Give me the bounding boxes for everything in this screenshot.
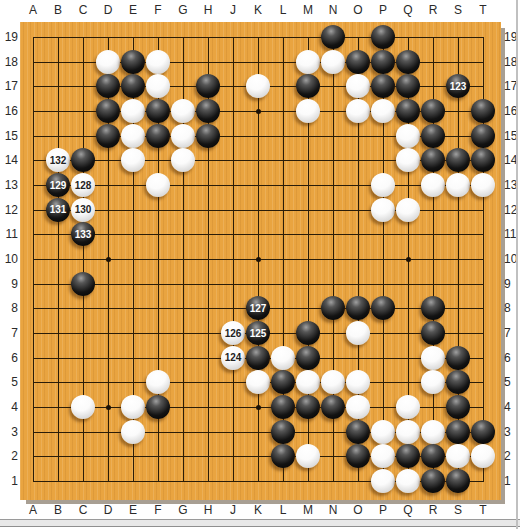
star-point <box>256 405 261 410</box>
black-stone-P19[interactable] <box>371 25 395 49</box>
black-stone-P8[interactable] <box>371 296 395 320</box>
column-label-F: F <box>149 503 167 517</box>
white-stone-Q12[interactable] <box>396 198 420 222</box>
black-stone-D15[interactable] <box>96 124 120 148</box>
black-stone-B12[interactable]: 131 <box>46 198 70 222</box>
column-label-C: C <box>74 3 92 17</box>
white-stone-O4[interactable] <box>346 395 370 419</box>
column-label-S: S <box>449 3 467 17</box>
column-label-P: P <box>374 503 392 517</box>
column-label-B: B <box>49 503 67 517</box>
white-stone-O5[interactable] <box>346 370 370 394</box>
black-stone-H17[interactable] <box>196 74 220 98</box>
grid-line-horizontal <box>33 284 484 285</box>
column-label-M: M <box>299 3 317 17</box>
white-stone-O17[interactable] <box>346 74 370 98</box>
black-stone-T14[interactable] <box>471 148 495 172</box>
column-label-L: L <box>274 3 292 17</box>
white-stone-L6[interactable] <box>271 346 295 370</box>
black-stone-D17[interactable] <box>96 74 120 98</box>
black-stone-T15[interactable] <box>471 124 495 148</box>
column-label-E: E <box>124 3 142 17</box>
white-stone-B14[interactable]: 132 <box>46 148 70 172</box>
row-label-left-5: 5 <box>0 375 18 389</box>
white-stone-P1[interactable] <box>371 469 395 493</box>
white-stone-O7[interactable] <box>346 321 370 345</box>
row-label-left-8: 8 <box>0 301 18 315</box>
black-stone-O18[interactable] <box>346 50 370 74</box>
black-stone-C11[interactable]: 133 <box>71 222 95 246</box>
column-label-K: K <box>249 503 267 517</box>
black-stone-P18[interactable] <box>371 50 395 74</box>
black-stone-E18[interactable] <box>121 50 145 74</box>
column-label-D: D <box>99 3 117 17</box>
black-stone-O2[interactable] <box>346 444 370 468</box>
star-point <box>106 405 111 410</box>
white-stone-T2[interactable] <box>471 444 495 468</box>
black-stone-T3[interactable] <box>471 420 495 444</box>
white-stone-G16[interactable] <box>171 99 195 123</box>
column-label-H: H <box>199 3 217 17</box>
black-stone-R8[interactable] <box>421 296 445 320</box>
black-stone-N4[interactable] <box>321 395 345 419</box>
row-label-left-6: 6 <box>0 351 18 365</box>
white-stone-C13[interactable]: 128 <box>71 173 95 197</box>
white-stone-Q3[interactable] <box>396 420 420 444</box>
black-stone-S1[interactable] <box>446 469 470 493</box>
black-stone-K6[interactable] <box>246 346 270 370</box>
white-stone-S13[interactable] <box>446 173 470 197</box>
row-label-left-13: 13 <box>0 178 18 192</box>
white-stone-N5[interactable] <box>321 370 345 394</box>
white-stone-G15[interactable] <box>171 124 195 148</box>
row-label-left-2: 2 <box>0 449 18 463</box>
white-stone-Q14[interactable] <box>396 148 420 172</box>
white-stone-P13[interactable] <box>371 173 395 197</box>
white-stone-E3[interactable] <box>121 420 145 444</box>
white-stone-G14[interactable] <box>171 148 195 172</box>
column-label-A: A <box>24 3 42 17</box>
white-stone-E14[interactable] <box>121 148 145 172</box>
row-label-left-7: 7 <box>0 326 18 340</box>
white-stone-F13[interactable] <box>146 173 170 197</box>
column-label-G: G <box>174 3 192 17</box>
white-stone-M16[interactable] <box>296 99 320 123</box>
row-label-left-15: 15 <box>0 129 18 143</box>
white-stone-E15[interactable] <box>121 124 145 148</box>
column-label-N: N <box>324 3 342 17</box>
white-stone-M5[interactable] <box>296 370 320 394</box>
white-stone-S2[interactable] <box>446 444 470 468</box>
black-stone-T16[interactable] <box>471 99 495 123</box>
white-stone-F17[interactable] <box>146 74 170 98</box>
column-label-T: T <box>474 503 492 517</box>
white-stone-M2[interactable] <box>296 444 320 468</box>
black-stone-F15[interactable] <box>146 124 170 148</box>
black-stone-S5[interactable] <box>446 370 470 394</box>
black-stone-L2[interactable] <box>271 444 295 468</box>
column-label-G: G <box>174 503 192 517</box>
column-label-B: B <box>49 3 67 17</box>
row-label-left-1: 1 <box>0 474 18 488</box>
black-stone-M17[interactable] <box>296 74 320 98</box>
column-label-O: O <box>349 503 367 517</box>
black-stone-N8[interactable] <box>321 296 345 320</box>
window-bottom-border <box>0 519 520 527</box>
black-stone-R7[interactable] <box>421 321 445 345</box>
row-label-left-4: 4 <box>0 400 18 414</box>
white-stone-P12[interactable] <box>371 198 395 222</box>
star-point <box>256 257 261 262</box>
white-stone-O16[interactable] <box>346 99 370 123</box>
white-stone-C12[interactable]: 130 <box>71 198 95 222</box>
column-label-Q: Q <box>399 3 417 17</box>
black-stone-S6[interactable] <box>446 346 470 370</box>
column-label-K: K <box>249 3 267 17</box>
column-label-T: T <box>474 3 492 17</box>
white-stone-R6[interactable] <box>421 346 445 370</box>
black-stone-F4[interactable] <box>146 395 170 419</box>
white-stone-N18[interactable] <box>321 50 345 74</box>
black-stone-M4[interactable] <box>296 395 320 419</box>
black-stone-R15[interactable] <box>421 124 445 148</box>
row-label-left-16: 16 <box>0 104 18 118</box>
black-stone-R16[interactable] <box>421 99 445 123</box>
column-label-E: E <box>124 503 142 517</box>
white-stone-F18[interactable] <box>146 50 170 74</box>
black-stone-L3[interactable] <box>271 420 295 444</box>
black-stone-F16[interactable] <box>146 99 170 123</box>
row-label-left-3: 3 <box>0 425 18 439</box>
white-stone-P16[interactable] <box>371 99 395 123</box>
black-stone-N19[interactable] <box>321 25 345 49</box>
white-stone-K17[interactable] <box>246 74 270 98</box>
go-board[interactable]: 123132129128131130133127126125124 <box>20 22 501 500</box>
black-stone-H15[interactable] <box>196 124 220 148</box>
column-label-R: R <box>424 503 442 517</box>
white-stone-P2[interactable] <box>371 444 395 468</box>
column-label-H: H <box>199 503 217 517</box>
row-label-left-10: 10 <box>0 252 18 266</box>
white-stone-K5[interactable] <box>246 370 270 394</box>
white-stone-E16[interactable] <box>121 99 145 123</box>
star-point <box>256 109 261 114</box>
white-stone-F5[interactable] <box>146 370 170 394</box>
row-label-left-12: 12 <box>0 203 18 217</box>
black-stone-S3[interactable] <box>446 420 470 444</box>
column-label-J: J <box>224 503 242 517</box>
black-stone-O3[interactable] <box>346 420 370 444</box>
row-label-left-9: 9 <box>0 277 18 291</box>
column-label-J: J <box>224 3 242 17</box>
column-label-O: O <box>349 3 367 17</box>
white-stone-P3[interactable] <box>371 420 395 444</box>
row-label-left-19: 19 <box>0 30 18 44</box>
black-stone-L4[interactable] <box>271 395 295 419</box>
column-label-M: M <box>299 503 317 517</box>
black-stone-C14[interactable] <box>71 148 95 172</box>
row-label-left-11: 11 <box>0 227 18 241</box>
column-label-Q: Q <box>399 503 417 517</box>
black-stone-B13[interactable]: 129 <box>46 173 70 197</box>
column-label-P: P <box>374 3 392 17</box>
black-stone-Q16[interactable] <box>396 99 420 123</box>
white-stone-D18[interactable] <box>96 50 120 74</box>
black-stone-D16[interactable] <box>96 99 120 123</box>
white-stone-R3[interactable] <box>421 420 445 444</box>
column-label-F: F <box>149 3 167 17</box>
column-label-L: L <box>274 503 292 517</box>
go-app-window: 123132129128131130133127126125124 ABCDEF… <box>0 0 520 529</box>
white-stone-C4[interactable] <box>71 395 95 419</box>
white-stone-J6[interactable]: 124 <box>221 346 245 370</box>
white-stone-T13[interactable] <box>471 173 495 197</box>
black-stone-O8[interactable] <box>346 296 370 320</box>
black-stone-K7[interactable]: 125 <box>246 321 270 345</box>
black-stone-Q2[interactable] <box>396 444 420 468</box>
star-point <box>106 257 111 262</box>
black-stone-P17[interactable] <box>371 74 395 98</box>
white-stone-M18[interactable] <box>296 50 320 74</box>
black-stone-R14[interactable] <box>421 148 445 172</box>
black-stone-R1[interactable] <box>421 469 445 493</box>
row-label-left-14: 14 <box>0 153 18 167</box>
column-label-S: S <box>449 503 467 517</box>
white-stone-R5[interactable] <box>421 370 445 394</box>
window-right-border <box>516 0 518 529</box>
black-stone-H16[interactable] <box>196 99 220 123</box>
black-stone-K8[interactable]: 127 <box>246 296 270 320</box>
white-stone-J7[interactable]: 126 <box>221 321 245 345</box>
black-stone-M6[interactable] <box>296 346 320 370</box>
column-label-D: D <box>99 503 117 517</box>
white-stone-Q15[interactable] <box>396 124 420 148</box>
white-stone-Q4[interactable] <box>396 395 420 419</box>
black-stone-Q17[interactable] <box>396 74 420 98</box>
black-stone-M7[interactable] <box>296 321 320 345</box>
column-label-C: C <box>74 503 92 517</box>
row-label-left-18: 18 <box>0 55 18 69</box>
black-stone-C9[interactable] <box>71 272 95 296</box>
column-label-A: A <box>24 503 42 517</box>
column-label-N: N <box>324 503 342 517</box>
star-point <box>406 257 411 262</box>
white-stone-R13[interactable] <box>421 173 445 197</box>
black-stone-S17[interactable]: 123 <box>446 74 470 98</box>
row-label-left-17: 17 <box>0 79 18 93</box>
black-stone-R2[interactable] <box>421 444 445 468</box>
white-stone-Q1[interactable] <box>396 469 420 493</box>
black-stone-S14[interactable] <box>446 148 470 172</box>
black-stone-Q18[interactable] <box>396 50 420 74</box>
column-label-R: R <box>424 3 442 17</box>
white-stone-E4[interactable] <box>121 395 145 419</box>
black-stone-S4[interactable] <box>446 395 470 419</box>
black-stone-L5[interactable] <box>271 370 295 394</box>
black-stone-E17[interactable] <box>121 74 145 98</box>
